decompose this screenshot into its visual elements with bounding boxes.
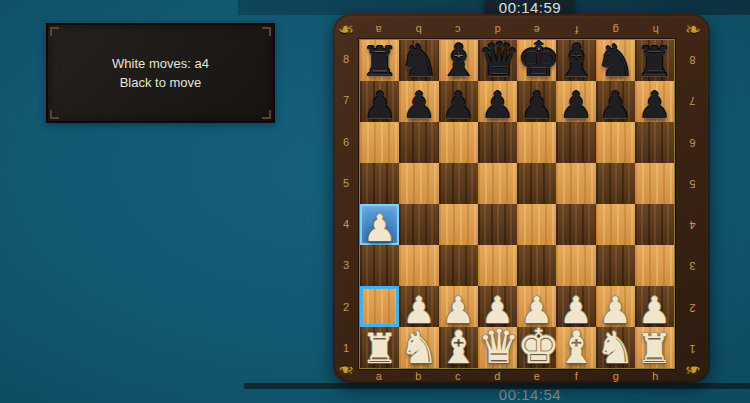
square-b2[interactable]: ♟ [399, 286, 438, 327]
square-c6[interactable] [439, 122, 478, 163]
square-a3[interactable] [360, 245, 399, 286]
coordinate-label-1: 1 [333, 328, 359, 369]
square-d6[interactable] [478, 122, 517, 163]
square-e7[interactable]: ♟ [517, 81, 556, 122]
move-message-text: White moves: a4 Black to move [48, 54, 273, 92]
board-grid: ♜♞♝♛♚♝♞♜♟♟♟♟♟♟♟♟♟♟♟♟♟♟♟♟♜♞♝♛♚♝♞♜ [359, 39, 675, 369]
panel-corner-decoration [50, 110, 59, 119]
square-a4[interactable]: ♟ [360, 204, 399, 245]
coordinate-label-2: 2 [333, 287, 359, 328]
square-e3[interactable] [517, 245, 556, 286]
square-b3[interactable] [399, 245, 438, 286]
square-d4[interactable] [478, 204, 517, 245]
coordinate-label-5: 5 [675, 163, 710, 204]
rank-labels-left: 87654321 [333, 39, 359, 369]
piece-white-rook[interactable]: ♜ [635, 329, 674, 370]
corner-flourish-icon: ❧ [685, 20, 701, 39]
square-a8[interactable]: ♜ [360, 40, 399, 81]
square-g1[interactable]: ♞ [596, 327, 635, 368]
last-move-text: White moves: a4 [48, 54, 273, 73]
square-c1[interactable]: ♝ [439, 327, 478, 368]
square-f8[interactable]: ♝ [556, 40, 595, 81]
square-e4[interactable] [517, 204, 556, 245]
square-e6[interactable] [517, 122, 556, 163]
piece-black-pawn[interactable]: ♟ [478, 87, 517, 124]
chess-board-frame: ❧ ❧ ❧ ❧ abcdefgh abcdefgh 87654321 87654… [333, 14, 710, 383]
piece-black-pawn[interactable]: ♟ [635, 87, 674, 124]
square-f3[interactable] [556, 245, 595, 286]
square-a1[interactable]: ♜ [360, 327, 399, 368]
square-b5[interactable] [399, 163, 438, 204]
square-h7[interactable]: ♟ [635, 81, 674, 122]
square-c4[interactable] [439, 204, 478, 245]
square-f4[interactable] [556, 204, 595, 245]
square-g7[interactable]: ♟ [596, 81, 635, 122]
rank-labels-right: 87654321 [675, 39, 710, 369]
square-h2[interactable]: ♟ [635, 286, 674, 327]
piece-white-pawn[interactable]: ♟ [635, 292, 674, 329]
coordinate-label-h: h [636, 22, 676, 38]
square-f6[interactable] [556, 122, 595, 163]
piece-black-king[interactable]: ♚ [517, 35, 556, 83]
coordinate-label-a: a [359, 22, 399, 38]
square-b8[interactable]: ♞ [399, 40, 438, 81]
square-a7[interactable]: ♟ [360, 81, 399, 122]
panel-corner-decoration [50, 27, 59, 36]
coordinate-label-4: 4 [333, 204, 359, 245]
piece-white-knight[interactable]: ♞ [399, 326, 438, 370]
piece-black-pawn[interactable]: ♟ [556, 87, 595, 124]
square-h6[interactable] [635, 122, 674, 163]
square-c7[interactable]: ♟ [439, 81, 478, 122]
square-b4[interactable] [399, 204, 438, 245]
board-bottom-shadow [244, 383, 750, 389]
square-d1[interactable]: ♛ [478, 327, 517, 368]
coordinate-label-2: 2 [675, 287, 710, 328]
square-f7[interactable]: ♟ [556, 81, 595, 122]
square-g6[interactable] [596, 122, 635, 163]
square-c3[interactable] [439, 245, 478, 286]
piece-black-bishop[interactable]: ♝ [556, 38, 595, 83]
piece-white-rook[interactable]: ♜ [360, 329, 399, 370]
piece-black-knight[interactable]: ♞ [596, 39, 635, 83]
coordinate-label-6: 6 [675, 122, 710, 163]
square-g8[interactable]: ♞ [596, 40, 635, 81]
square-d5[interactable] [478, 163, 517, 204]
coordinate-label-7: 7 [333, 80, 359, 121]
coordinate-label-8: 8 [333, 39, 359, 80]
piece-white-bishop[interactable]: ♝ [439, 325, 478, 370]
coordinate-label-5: 5 [333, 163, 359, 204]
piece-black-pawn[interactable]: ♟ [596, 87, 635, 124]
coordinate-label-1: 1 [675, 328, 710, 369]
square-c5[interactable] [439, 163, 478, 204]
square-h3[interactable] [635, 245, 674, 286]
square-h4[interactable] [635, 204, 674, 245]
white-clock: 00:14:54 [499, 386, 561, 403]
square-g4[interactable] [596, 204, 635, 245]
panel-corner-decoration [262, 110, 271, 119]
coordinate-label-8: 8 [675, 39, 710, 80]
square-g5[interactable] [596, 163, 635, 204]
piece-black-pawn[interactable]: ♟ [517, 87, 556, 124]
coordinate-label-6: 6 [333, 122, 359, 163]
piece-black-rook[interactable]: ♜ [360, 42, 399, 83]
square-h1[interactable]: ♜ [635, 327, 674, 368]
coordinate-label-3: 3 [675, 245, 710, 286]
panel-corner-decoration [262, 27, 271, 36]
square-c8[interactable]: ♝ [439, 40, 478, 81]
piece-black-bishop[interactable]: ♝ [439, 38, 478, 83]
square-f5[interactable] [556, 163, 595, 204]
square-h5[interactable] [635, 163, 674, 204]
square-b7[interactable]: ♟ [399, 81, 438, 122]
piece-white-knight[interactable]: ♞ [596, 326, 635, 370]
move-message-panel: White moves: a4 Black to move [46, 23, 275, 123]
chess-app-window: 00:14:59 00:14:54 White moves: a4 Black … [0, 0, 750, 403]
piece-black-queen[interactable]: ♛ [478, 36, 517, 83]
square-b6[interactable] [399, 122, 438, 163]
square-a5[interactable] [360, 163, 399, 204]
turn-indicator-text: Black to move [48, 73, 273, 92]
square-a6[interactable] [360, 122, 399, 163]
square-a2[interactable] [360, 286, 399, 327]
square-d3[interactable] [478, 245, 517, 286]
piece-black-pawn[interactable]: ♟ [360, 87, 399, 124]
piece-white-bishop[interactable]: ♝ [556, 325, 595, 370]
coordinate-label-3: 3 [333, 245, 359, 286]
piece-white-pawn[interactable]: ♟ [360, 210, 399, 247]
square-d7[interactable]: ♟ [478, 81, 517, 122]
piece-white-king[interactable]: ♚ [517, 322, 556, 370]
piece-white-queen[interactable]: ♛ [478, 323, 517, 370]
square-g3[interactable] [596, 245, 635, 286]
piece-black-rook[interactable]: ♜ [635, 42, 674, 83]
square-g2[interactable]: ♟ [596, 286, 635, 327]
square-e5[interactable] [517, 163, 556, 204]
square-e8[interactable]: ♚ [517, 40, 556, 81]
coordinate-label-7: 7 [675, 80, 710, 121]
piece-black-pawn[interactable]: ♟ [399, 87, 438, 124]
square-d8[interactable]: ♛ [478, 40, 517, 81]
corner-flourish-icon: ❧ [338, 20, 354, 39]
piece-black-knight[interactable]: ♞ [399, 39, 438, 83]
coordinate-label-4: 4 [675, 204, 710, 245]
square-f1[interactable]: ♝ [556, 327, 595, 368]
square-b1[interactable]: ♞ [399, 327, 438, 368]
piece-black-pawn[interactable]: ♟ [439, 87, 478, 124]
square-h8[interactable]: ♜ [635, 40, 674, 81]
square-e1[interactable]: ♚ [517, 327, 556, 368]
